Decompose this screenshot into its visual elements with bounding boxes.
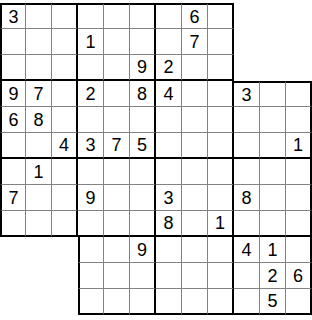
void-area xyxy=(26,237,52,263)
cell-r0c3-empty[interactable] xyxy=(78,3,104,29)
cell-r2c5-given[interactable]: 9 xyxy=(130,55,156,81)
cell-r8c1-empty[interactable] xyxy=(26,211,52,237)
cell-r1c2-empty[interactable] xyxy=(52,29,78,55)
void-area xyxy=(0,289,26,315)
cell-r4c3-empty[interactable] xyxy=(78,107,104,133)
cell-r6c8-empty[interactable] xyxy=(208,159,234,185)
cell-r7c0-given[interactable]: 7 xyxy=(0,185,26,211)
cell-r4c5-empty[interactable] xyxy=(130,107,156,133)
cell-r8c8-given[interactable]: 1 xyxy=(208,211,234,237)
cell-r9c11-empty[interactable] xyxy=(286,237,312,263)
cell-r5c8-empty[interactable] xyxy=(208,133,234,159)
cell-r8c10-empty[interactable] xyxy=(260,211,286,237)
cell-r0c4-empty[interactable] xyxy=(104,3,130,29)
cell-r8c2-empty[interactable] xyxy=(52,211,78,237)
void-area xyxy=(234,29,260,55)
cell-r4c7-empty[interactable] xyxy=(182,107,208,133)
cell-r0c2-empty[interactable] xyxy=(52,3,78,29)
cell-r3c10-empty[interactable] xyxy=(260,81,286,107)
cell-r3c9-given[interactable]: 3 xyxy=(234,81,260,107)
cell-r10c4-empty[interactable] xyxy=(104,263,130,289)
cell-r6c2-empty[interactable] xyxy=(52,159,78,185)
cell-r5c5-given[interactable]: 5 xyxy=(130,133,156,159)
cell-r1c1-empty[interactable] xyxy=(26,29,52,55)
cell-r5c7-empty[interactable] xyxy=(182,133,208,159)
cell-r2c8-empty[interactable] xyxy=(208,55,234,81)
cell-r7c2-empty[interactable] xyxy=(52,185,78,211)
cell-r1c7-given[interactable]: 7 xyxy=(182,29,208,55)
cell-r9c10-given[interactable]: 1 xyxy=(260,237,286,263)
void-area xyxy=(286,55,312,81)
cell-r6c0-empty[interactable] xyxy=(0,159,26,185)
cell-r6c3-empty[interactable] xyxy=(78,159,104,185)
cell-r9c3-empty[interactable] xyxy=(78,237,104,263)
cell-r0c8-empty[interactable] xyxy=(208,3,234,29)
cell-r4c1-given[interactable]: 8 xyxy=(26,107,52,133)
cell-r6c1-given[interactable]: 1 xyxy=(26,159,52,185)
cell-r6c9-empty[interactable] xyxy=(234,159,260,185)
cell-r2c0-empty[interactable] xyxy=(0,55,26,81)
cell-r5c4-given[interactable]: 7 xyxy=(104,133,130,159)
cell-r6c5-empty[interactable] xyxy=(130,159,156,185)
cell-r7c7-empty[interactable] xyxy=(182,185,208,211)
cell-r9c9-given[interactable]: 4 xyxy=(234,237,260,263)
cell-r3c1-given[interactable]: 7 xyxy=(26,81,52,107)
cell-r9c5-given[interactable]: 9 xyxy=(130,237,156,263)
cell-r8c5-empty[interactable] xyxy=(130,211,156,237)
cell-r0c1-empty[interactable] xyxy=(26,3,52,29)
cell-r11c9-empty[interactable] xyxy=(234,289,260,315)
cell-r0c7-given[interactable]: 6 xyxy=(182,3,208,29)
cell-r10c6-empty[interactable] xyxy=(156,263,182,289)
cell-r4c10-empty[interactable] xyxy=(260,107,286,133)
cell-r8c9-empty[interactable] xyxy=(234,211,260,237)
cell-r6c10-empty[interactable] xyxy=(260,159,286,185)
cell-r5c0-empty[interactable] xyxy=(0,133,26,159)
cell-r8c7-empty[interactable] xyxy=(182,211,208,237)
cell-r8c6-given[interactable]: 8 xyxy=(156,211,182,237)
cell-r3c4-empty[interactable] xyxy=(104,81,130,107)
cell-r7c8-empty[interactable] xyxy=(208,185,234,211)
cell-r10c9-empty[interactable] xyxy=(234,263,260,289)
cell-r1c0-empty[interactable] xyxy=(0,29,26,55)
cell-r4c4-empty[interactable] xyxy=(104,107,130,133)
cell-r3c0-given[interactable]: 9 xyxy=(0,81,26,107)
cell-r11c3-empty[interactable] xyxy=(78,289,104,315)
cell-r5c10-empty[interactable] xyxy=(260,133,286,159)
cell-r2c7-empty[interactable] xyxy=(182,55,208,81)
cell-r11c10-given[interactable]: 5 xyxy=(260,289,286,315)
cell-r10c3-empty[interactable] xyxy=(78,263,104,289)
cell-r6c11-empty[interactable] xyxy=(286,159,312,185)
cell-r6c4-empty[interactable] xyxy=(104,159,130,185)
cell-r5c9-empty[interactable] xyxy=(234,133,260,159)
void-area xyxy=(52,237,78,263)
cell-r7c4-empty[interactable] xyxy=(104,185,130,211)
cell-r10c5-empty[interactable] xyxy=(130,263,156,289)
cell-r3c7-empty[interactable] xyxy=(182,81,208,107)
cell-r3c2-empty[interactable] xyxy=(52,81,78,107)
cell-r10c7-empty[interactable] xyxy=(182,263,208,289)
cell-r1c5-empty[interactable] xyxy=(130,29,156,55)
cell-r9c8-empty[interactable] xyxy=(208,237,234,263)
cell-r11c5-empty[interactable] xyxy=(130,289,156,315)
cell-r2c3-empty[interactable] xyxy=(78,55,104,81)
cell-r7c5-empty[interactable] xyxy=(130,185,156,211)
cell-r7c6-given[interactable]: 3 xyxy=(156,185,182,211)
cell-r2c6-given[interactable]: 2 xyxy=(156,55,182,81)
cell-r1c6-empty[interactable] xyxy=(156,29,182,55)
cell-r5c2-given[interactable]: 4 xyxy=(52,133,78,159)
cell-r5c11-given[interactable]: 1 xyxy=(286,133,312,159)
void-area xyxy=(0,263,26,289)
cell-r6c7-empty[interactable] xyxy=(182,159,208,185)
cell-r7c10-empty[interactable] xyxy=(260,185,286,211)
cell-r8c0-empty[interactable] xyxy=(0,211,26,237)
cell-r9c4-empty[interactable] xyxy=(104,237,130,263)
void-area xyxy=(26,289,52,315)
cell-r8c11-empty[interactable] xyxy=(286,211,312,237)
cell-r3c11-empty[interactable] xyxy=(286,81,312,107)
cell-r4c8-empty[interactable] xyxy=(208,107,234,133)
cell-r4c2-empty[interactable] xyxy=(52,107,78,133)
sudoku-board: 36179297284368437511793881941265 xyxy=(0,3,312,315)
cell-r8c3-empty[interactable] xyxy=(78,211,104,237)
cell-r10c11-given[interactable]: 6 xyxy=(286,263,312,289)
cell-r5c6-empty[interactable] xyxy=(156,133,182,159)
cell-r1c4-empty[interactable] xyxy=(104,29,130,55)
cell-r1c8-empty[interactable] xyxy=(208,29,234,55)
cell-r10c8-empty[interactable] xyxy=(208,263,234,289)
void-area xyxy=(52,289,78,315)
cell-r0c0-given[interactable]: 3 xyxy=(0,3,26,29)
cell-r11c4-empty[interactable] xyxy=(104,289,130,315)
cell-r7c9-given[interactable]: 8 xyxy=(234,185,260,211)
cell-r3c6-given[interactable]: 4 xyxy=(156,81,182,107)
cell-r4c0-given[interactable]: 6 xyxy=(0,107,26,133)
void-area xyxy=(0,237,26,263)
void-area xyxy=(234,55,260,81)
void-area xyxy=(286,3,312,29)
cell-r4c6-empty[interactable] xyxy=(156,107,182,133)
cell-r3c5-given[interactable]: 8 xyxy=(130,81,156,107)
cell-r11c6-empty[interactable] xyxy=(156,289,182,315)
cell-r5c3-given[interactable]: 3 xyxy=(78,133,104,159)
cell-r2c1-empty[interactable] xyxy=(26,55,52,81)
void-area xyxy=(52,263,78,289)
cell-r0c6-empty[interactable] xyxy=(156,3,182,29)
cell-r0c5-empty[interactable] xyxy=(130,3,156,29)
cell-r11c8-empty[interactable] xyxy=(208,289,234,315)
void-area xyxy=(260,55,286,81)
void-area xyxy=(286,29,312,55)
cell-r11c7-empty[interactable] xyxy=(182,289,208,315)
cell-r2c4-empty[interactable] xyxy=(104,55,130,81)
void-area xyxy=(234,3,260,29)
cell-r3c8-empty[interactable] xyxy=(208,81,234,107)
cell-r9c6-empty[interactable] xyxy=(156,237,182,263)
void-area xyxy=(260,3,286,29)
void-area xyxy=(26,263,52,289)
cell-r8c4-empty[interactable] xyxy=(104,211,130,237)
cell-r7c11-empty[interactable] xyxy=(286,185,312,211)
cell-r7c1-empty[interactable] xyxy=(26,185,52,211)
cell-r5c1-empty[interactable] xyxy=(26,133,52,159)
cell-r4c11-empty[interactable] xyxy=(286,107,312,133)
puzzle-canvas: 36179297284368437511793881941265 xyxy=(0,0,312,320)
cell-r1c3-given[interactable]: 1 xyxy=(78,29,104,55)
cell-r7c3-given[interactable]: 9 xyxy=(78,185,104,211)
cell-r11c11-empty[interactable] xyxy=(286,289,312,315)
cell-r9c7-empty[interactable] xyxy=(182,237,208,263)
cell-r3c3-given[interactable]: 2 xyxy=(78,81,104,107)
void-area xyxy=(260,29,286,55)
cell-r6c6-empty[interactable] xyxy=(156,159,182,185)
cell-r2c2-empty[interactable] xyxy=(52,55,78,81)
cell-r4c9-empty[interactable] xyxy=(234,107,260,133)
cell-r10c10-given[interactable]: 2 xyxy=(260,263,286,289)
